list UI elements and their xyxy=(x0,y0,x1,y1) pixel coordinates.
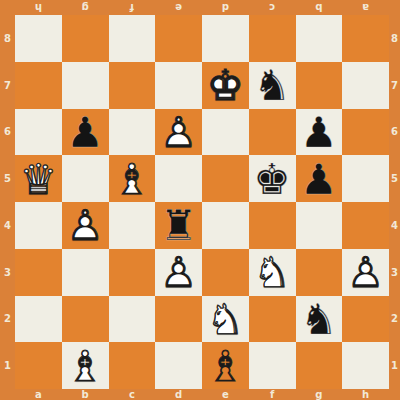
square-f2[interactable] xyxy=(249,296,296,343)
square-e2[interactable]: ♞♘ xyxy=(202,296,249,343)
piece-black-king-f5[interactable]: ♚ xyxy=(249,155,296,202)
square-g6[interactable]: ♟ xyxy=(296,109,343,156)
square-h8[interactable] xyxy=(342,15,389,62)
piece-outline-glyph: ♗ xyxy=(109,156,156,203)
square-d7[interactable] xyxy=(155,62,202,109)
square-f8[interactable] xyxy=(249,15,296,62)
square-d5[interactable] xyxy=(155,155,202,202)
piece-black-pawn-g5[interactable]: ♟ xyxy=(296,155,343,202)
file-label: d xyxy=(202,0,249,15)
square-c7[interactable] xyxy=(109,62,156,109)
square-c8[interactable] xyxy=(109,15,156,62)
square-a1[interactable] xyxy=(15,342,62,389)
square-h1[interactable] xyxy=(342,342,389,389)
piece-outline-glyph: ♗ xyxy=(202,343,249,390)
square-c3[interactable] xyxy=(109,249,156,296)
piece-white-queen-a5[interactable]: ♛♕ xyxy=(15,155,62,202)
square-b8[interactable] xyxy=(62,15,109,62)
file-label: f xyxy=(249,389,296,400)
rank-labels-right: 87654321 xyxy=(389,15,400,389)
square-d3[interactable]: ♟♙ xyxy=(155,249,202,296)
rank-label: 4 xyxy=(389,202,400,249)
rank-label: 7 xyxy=(0,62,15,109)
square-b3[interactable] xyxy=(62,249,109,296)
square-h6[interactable] xyxy=(342,109,389,156)
file-labels-bottom: abcdefgh xyxy=(15,389,389,400)
square-e1[interactable]: ♝♗ xyxy=(202,342,249,389)
piece-fill-glyph: ♟ xyxy=(296,156,343,203)
square-b1[interactable]: ♝♗ xyxy=(62,342,109,389)
square-c6[interactable] xyxy=(109,109,156,156)
piece-fill-glyph: ♚ xyxy=(249,156,296,203)
piece-fill-glyph: ♜ xyxy=(155,203,202,250)
piece-white-bishop-e1[interactable]: ♝♗ xyxy=(202,342,249,389)
piece-black-rook-d4[interactable]: ♜ xyxy=(155,202,202,249)
square-b4[interactable]: ♟♙ xyxy=(62,202,109,249)
file-label: c xyxy=(109,389,156,400)
square-e8[interactable] xyxy=(202,15,249,62)
file-label: b xyxy=(62,389,109,400)
square-g4[interactable] xyxy=(296,202,343,249)
file-label: h xyxy=(342,389,389,400)
square-h5[interactable] xyxy=(342,155,389,202)
square-h2[interactable] xyxy=(342,296,389,343)
piece-outline-glyph: ♕ xyxy=(15,156,62,203)
rank-label: 1 xyxy=(389,342,400,389)
square-f3[interactable]: ♞♘ xyxy=(249,249,296,296)
rank-label: 3 xyxy=(0,249,15,296)
rank-label: 2 xyxy=(0,296,15,343)
piece-white-knight-e2[interactable]: ♞♘ xyxy=(202,296,249,343)
piece-black-knight-g2[interactable]: ♞ xyxy=(296,296,343,343)
square-d2[interactable] xyxy=(155,296,202,343)
piece-fill-glyph: ♞ xyxy=(296,297,343,344)
square-e6[interactable] xyxy=(202,109,249,156)
square-a5[interactable]: ♛♕ xyxy=(15,155,62,202)
file-label: d xyxy=(155,389,202,400)
square-h3[interactable]: ♟♙ xyxy=(342,249,389,296)
rank-label: 6 xyxy=(0,109,15,156)
file-label: g xyxy=(296,389,343,400)
rank-label: 5 xyxy=(389,155,400,202)
square-g3[interactable] xyxy=(296,249,343,296)
square-a8[interactable] xyxy=(15,15,62,62)
rank-label: 1 xyxy=(0,342,15,389)
rank-labels-left: 87654321 xyxy=(0,15,15,389)
piece-black-knight-f7[interactable]: ♞ xyxy=(249,62,296,109)
square-h7[interactable] xyxy=(342,62,389,109)
rank-label: 2 xyxy=(389,296,400,343)
square-b6[interactable]: ♟ xyxy=(62,109,109,156)
square-c4[interactable] xyxy=(109,202,156,249)
piece-white-pawn-d3[interactable]: ♟♙ xyxy=(155,249,202,296)
square-f6[interactable] xyxy=(249,109,296,156)
square-f5[interactable]: ♚ xyxy=(249,155,296,202)
piece-white-bishop-c5[interactable]: ♝♗ xyxy=(109,155,156,202)
square-g1[interactable] xyxy=(296,342,343,389)
piece-white-pawn-h3[interactable]: ♟♙ xyxy=(342,249,389,296)
file-label: c xyxy=(249,0,296,15)
square-c1[interactable] xyxy=(109,342,156,389)
piece-black-pawn-g6[interactable]: ♟ xyxy=(296,109,343,156)
chess-board: ♚♔♞♟♟♙♟♛♕♝♗♚♟♟♙♜♟♙♞♘♟♙♞♘♞♝♗♝♗ xyxy=(15,15,389,389)
square-f1[interactable] xyxy=(249,342,296,389)
square-a7[interactable] xyxy=(15,62,62,109)
square-e4[interactable] xyxy=(202,202,249,249)
square-g8[interactable] xyxy=(296,15,343,62)
piece-fill-glyph: ♞ xyxy=(249,63,296,110)
square-e5[interactable] xyxy=(202,155,249,202)
square-a3[interactable] xyxy=(15,249,62,296)
piece-white-bishop-b1[interactable]: ♝♗ xyxy=(62,342,109,389)
piece-fill-glyph: ♟ xyxy=(62,110,109,157)
square-g5[interactable]: ♟ xyxy=(296,155,343,202)
rank-label: 5 xyxy=(0,155,15,202)
square-g7[interactable] xyxy=(296,62,343,109)
piece-black-pawn-b6[interactable]: ♟ xyxy=(62,109,109,156)
file-label: a xyxy=(342,0,389,15)
file-label: a xyxy=(15,389,62,400)
square-f7[interactable]: ♞ xyxy=(249,62,296,109)
square-e3[interactable] xyxy=(202,249,249,296)
square-d4[interactable]: ♜ xyxy=(155,202,202,249)
file-label: g xyxy=(62,0,109,15)
file-label: e xyxy=(155,0,202,15)
square-a6[interactable] xyxy=(15,109,62,156)
rank-label: 6 xyxy=(389,109,400,156)
piece-white-pawn-d6[interactable]: ♟♙ xyxy=(155,109,202,156)
square-b5[interactable] xyxy=(62,155,109,202)
piece-white-knight-f3[interactable]: ♞♘ xyxy=(249,249,296,296)
piece-white-pawn-b4[interactable]: ♟♙ xyxy=(62,202,109,249)
square-a4[interactable] xyxy=(15,202,62,249)
piece-outline-glyph: ♙ xyxy=(62,203,109,250)
piece-outline-glyph: ♙ xyxy=(342,250,389,297)
file-labels-top: abcdefgh xyxy=(15,0,389,15)
piece-outline-glyph: ♗ xyxy=(62,343,109,390)
file-label: h xyxy=(15,0,62,15)
square-e7[interactable]: ♚♔ xyxy=(202,62,249,109)
square-c5[interactable]: ♝♗ xyxy=(109,155,156,202)
chess-board-diagram: abcdefgh abcdefgh 87654321 87654321 ♚♔♞♟… xyxy=(0,0,400,400)
file-label: f xyxy=(109,0,156,15)
rank-label: 3 xyxy=(389,249,400,296)
rank-label: 7 xyxy=(389,62,400,109)
square-f4[interactable] xyxy=(249,202,296,249)
rank-label: 4 xyxy=(0,202,15,249)
piece-outline-glyph: ♘ xyxy=(202,297,249,344)
square-d1[interactable] xyxy=(155,342,202,389)
square-b7[interactable] xyxy=(62,62,109,109)
square-c2[interactable] xyxy=(109,296,156,343)
square-d6[interactable]: ♟♙ xyxy=(155,109,202,156)
rank-label: 8 xyxy=(0,15,15,62)
rank-label: 8 xyxy=(389,15,400,62)
square-a2[interactable] xyxy=(15,296,62,343)
piece-outline-glyph: ♘ xyxy=(249,250,296,297)
piece-fill-glyph: ♟ xyxy=(296,110,343,157)
square-g2[interactable]: ♞ xyxy=(296,296,343,343)
file-label: b xyxy=(296,0,343,15)
piece-outline-glyph: ♔ xyxy=(202,63,249,110)
piece-outline-glyph: ♙ xyxy=(155,110,202,157)
piece-white-king-e7[interactable]: ♚♔ xyxy=(202,62,249,109)
square-h4[interactable] xyxy=(342,202,389,249)
square-d8[interactable] xyxy=(155,15,202,62)
square-b2[interactable] xyxy=(62,296,109,343)
piece-outline-glyph: ♙ xyxy=(155,250,202,297)
file-label: e xyxy=(202,389,249,400)
